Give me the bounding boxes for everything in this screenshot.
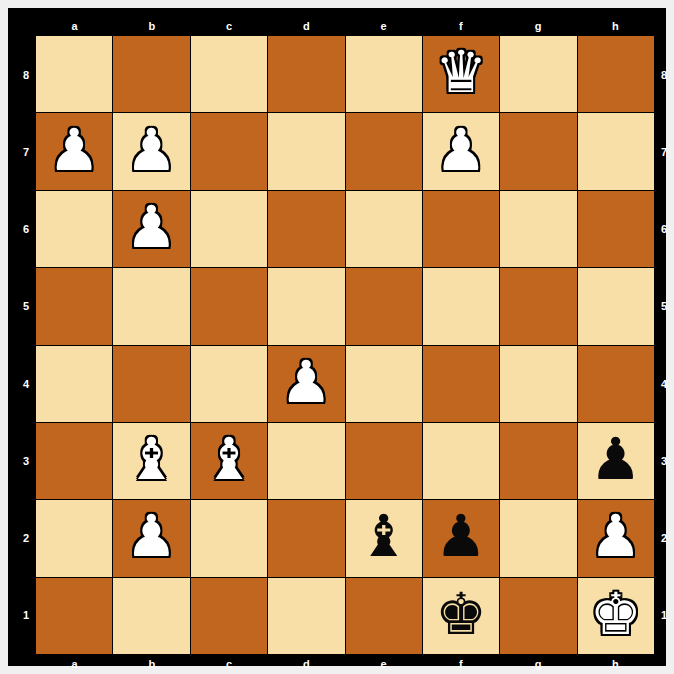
rank-label-8: 8	[16, 36, 36, 113]
chess-diagram: abcdefgh abcdefgh 87654321 87654321 ♛♟♟♟…	[0, 0, 674, 674]
rank-labels-left: 87654321	[16, 36, 36, 654]
square-e3[interactable]	[346, 423, 422, 499]
square-a2[interactable]	[36, 500, 112, 576]
square-c2[interactable]	[191, 500, 267, 576]
file-label-g: g	[500, 16, 577, 36]
square-d5[interactable]	[268, 268, 344, 344]
square-f7[interactable]: ♟	[423, 113, 499, 189]
file-label-e: e	[345, 16, 422, 36]
white-pawn-icon: ♟	[590, 507, 642, 565]
square-c6[interactable]	[191, 191, 267, 267]
square-a7[interactable]: ♟	[36, 113, 112, 189]
square-c7[interactable]	[191, 113, 267, 189]
rank-label-2: 2	[654, 500, 674, 577]
square-d7[interactable]	[268, 113, 344, 189]
rank-label-2: 2	[16, 500, 36, 577]
square-f1[interactable]: ♚	[423, 578, 499, 654]
square-b2[interactable]: ♟	[113, 500, 189, 576]
square-f8[interactable]: ♛	[423, 36, 499, 112]
square-a4[interactable]	[36, 346, 112, 422]
square-g5[interactable]	[500, 268, 576, 344]
file-label-a: a	[36, 654, 113, 674]
square-g2[interactable]	[500, 500, 576, 576]
square-d2[interactable]	[268, 500, 344, 576]
white-bishop-icon: ♝	[126, 430, 178, 488]
black-pawn-icon: ♟	[435, 507, 487, 565]
file-label-d: d	[268, 16, 345, 36]
rank-label-6: 6	[16, 191, 36, 268]
white-bishop-icon: ♝	[203, 430, 255, 488]
square-c4[interactable]	[191, 346, 267, 422]
square-g6[interactable]	[500, 191, 576, 267]
square-g4[interactable]	[500, 346, 576, 422]
square-b8[interactable]	[113, 36, 189, 112]
square-e2[interactable]: ♝	[346, 500, 422, 576]
file-labels-bottom: abcdefgh	[36, 654, 654, 674]
file-label-a: a	[36, 16, 113, 36]
board-frame: abcdefgh abcdefgh 87654321 87654321 ♛♟♟♟…	[8, 8, 666, 666]
square-e8[interactable]	[346, 36, 422, 112]
square-b1[interactable]	[113, 578, 189, 654]
square-a5[interactable]	[36, 268, 112, 344]
rank-label-8: 8	[654, 36, 674, 113]
rank-label-5: 5	[16, 268, 36, 345]
square-e6[interactable]	[346, 191, 422, 267]
square-e7[interactable]	[346, 113, 422, 189]
square-b3[interactable]: ♝	[113, 423, 189, 499]
rank-label-7: 7	[654, 113, 674, 190]
board: ♛♟♟♟♟♟♝♝♟♟♝♟♟♚♚	[36, 36, 654, 654]
square-c3[interactable]: ♝	[191, 423, 267, 499]
square-g7[interactable]	[500, 113, 576, 189]
file-label-h: h	[577, 16, 654, 36]
file-label-b: b	[113, 16, 190, 36]
square-e1[interactable]	[346, 578, 422, 654]
square-d3[interactable]	[268, 423, 344, 499]
white-pawn-icon: ♟	[126, 507, 178, 565]
white-pawn-icon: ♟	[126, 198, 178, 256]
file-labels-top: abcdefgh	[36, 16, 654, 36]
file-label-f: f	[422, 654, 499, 674]
square-d1[interactable]	[268, 578, 344, 654]
white-pawn-icon: ♟	[126, 121, 178, 179]
square-b5[interactable]	[113, 268, 189, 344]
black-king-icon: ♚	[435, 585, 487, 643]
square-h1[interactable]: ♚	[578, 578, 654, 654]
rank-label-1: 1	[654, 577, 674, 654]
file-label-h: h	[577, 654, 654, 674]
square-h7[interactable]	[578, 113, 654, 189]
square-c8[interactable]	[191, 36, 267, 112]
square-g3[interactable]	[500, 423, 576, 499]
square-f6[interactable]	[423, 191, 499, 267]
square-b4[interactable]	[113, 346, 189, 422]
rank-label-7: 7	[16, 113, 36, 190]
file-label-c: c	[191, 16, 268, 36]
square-g8[interactable]	[500, 36, 576, 112]
file-label-b: b	[113, 654, 190, 674]
square-d4[interactable]: ♟	[268, 346, 344, 422]
square-h6[interactable]	[578, 191, 654, 267]
square-h2[interactable]: ♟	[578, 500, 654, 576]
square-h4[interactable]	[578, 346, 654, 422]
white-king-icon: ♚	[590, 585, 642, 643]
rank-label-3: 3	[654, 422, 674, 499]
square-f4[interactable]	[423, 346, 499, 422]
square-h5[interactable]	[578, 268, 654, 344]
square-a6[interactable]	[36, 191, 112, 267]
file-label-e: e	[345, 654, 422, 674]
square-a8[interactable]	[36, 36, 112, 112]
rank-label-3: 3	[16, 422, 36, 499]
white-queen-icon: ♛	[435, 43, 487, 101]
square-a3[interactable]	[36, 423, 112, 499]
rank-label-6: 6	[654, 191, 674, 268]
square-g1[interactable]	[500, 578, 576, 654]
square-e5[interactable]	[346, 268, 422, 344]
rank-label-1: 1	[16, 577, 36, 654]
white-pawn-icon: ♟	[435, 121, 487, 179]
rank-label-4: 4	[16, 345, 36, 422]
square-d6[interactable]	[268, 191, 344, 267]
white-pawn-icon: ♟	[48, 121, 100, 179]
square-b7[interactable]: ♟	[113, 113, 189, 189]
file-label-c: c	[191, 654, 268, 674]
square-c5[interactable]	[191, 268, 267, 344]
file-label-g: g	[500, 654, 577, 674]
rank-label-5: 5	[654, 268, 674, 345]
rank-label-4: 4	[654, 345, 674, 422]
square-d8[interactable]	[268, 36, 344, 112]
square-b6[interactable]: ♟	[113, 191, 189, 267]
square-f2[interactable]: ♟	[423, 500, 499, 576]
black-bishop-icon: ♝	[358, 507, 410, 565]
square-h8[interactable]	[578, 36, 654, 112]
square-e4[interactable]	[346, 346, 422, 422]
rank-labels-right: 87654321	[654, 36, 674, 654]
square-h3[interactable]: ♟	[578, 423, 654, 499]
square-f5[interactable]	[423, 268, 499, 344]
square-c1[interactable]	[191, 578, 267, 654]
file-label-f: f	[422, 16, 499, 36]
file-label-d: d	[268, 654, 345, 674]
square-a1[interactable]	[36, 578, 112, 654]
white-pawn-icon: ♟	[280, 353, 332, 411]
black-pawn-icon: ♟	[590, 430, 642, 488]
square-f3[interactable]	[423, 423, 499, 499]
